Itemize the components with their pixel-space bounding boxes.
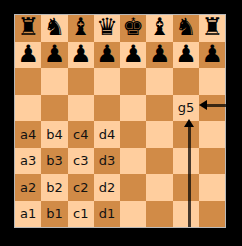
square-g2[interactable] <box>173 174 199 201</box>
square-a1[interactable]: a1 <box>15 201 41 228</box>
square-h3[interactable] <box>199 148 225 175</box>
square-a4[interactable]: a4 <box>15 121 41 148</box>
square-a7[interactable]: ♟ <box>15 42 41 69</box>
square-a2[interactable]: a2 <box>15 174 41 201</box>
square-c3[interactable]: c3 <box>68 148 94 175</box>
square-label-b1: b1 <box>46 206 63 221</box>
square-label-a1: a1 <box>20 206 36 221</box>
square-g5[interactable]: g5 <box>173 95 199 122</box>
square-label-d4: d4 <box>99 127 116 142</box>
square-b3[interactable]: b3 <box>41 148 67 175</box>
square-label-d3: d3 <box>99 153 116 168</box>
piece-black-pawn: ♟ <box>17 42 39 66</box>
square-e6[interactable] <box>120 68 146 95</box>
square-f4[interactable] <box>146 121 172 148</box>
square-d3[interactable]: d3 <box>94 148 120 175</box>
square-h1[interactable] <box>199 201 225 228</box>
square-label-a2: a2 <box>20 180 36 195</box>
square-b2[interactable]: b2 <box>41 174 67 201</box>
square-d2[interactable]: d2 <box>94 174 120 201</box>
square-label-b3: b3 <box>46 153 63 168</box>
square-c4[interactable]: c4 <box>68 121 94 148</box>
square-f1[interactable] <box>146 201 172 228</box>
square-c2[interactable]: c2 <box>68 174 94 201</box>
square-f2[interactable] <box>146 174 172 201</box>
square-h6[interactable] <box>199 68 225 95</box>
arrow-up-line <box>188 127 191 227</box>
square-label-c1: c1 <box>73 206 88 221</box>
square-e4[interactable] <box>120 121 146 148</box>
chess-board: ♜♞♝♛♚♝♞♜♟♟♟♟♟♟♟♟g5a4b4c4d4a3b3c3d3a2b2c2… <box>14 14 226 228</box>
square-f6[interactable] <box>146 68 172 95</box>
square-e2[interactable] <box>120 174 146 201</box>
arrow-up-head-icon <box>184 119 194 127</box>
square-b8[interactable]: ♞ <box>41 15 67 42</box>
square-d6[interactable] <box>94 68 120 95</box>
piece-black-pawn: ♟ <box>70 42 92 66</box>
square-b6[interactable] <box>41 68 67 95</box>
piece-black-bishop: ♝ <box>149 15 171 39</box>
square-label-g5: g5 <box>178 100 195 115</box>
square-label-d1: d1 <box>99 206 116 221</box>
square-label-d2: d2 <box>99 180 116 195</box>
square-h4[interactable] <box>199 121 225 148</box>
square-f5[interactable] <box>146 95 172 122</box>
piece-black-pawn: ♟ <box>201 42 223 66</box>
arrow-left-line <box>206 104 242 107</box>
piece-black-knight: ♞ <box>175 15 197 39</box>
square-label-b4: b4 <box>46 127 63 142</box>
piece-black-pawn: ♟ <box>123 42 145 66</box>
square-a6[interactable] <box>15 68 41 95</box>
square-g3[interactable] <box>173 148 199 175</box>
arrow-left-head-icon <box>199 100 207 110</box>
piece-black-rook: ♜ <box>17 15 39 39</box>
square-f3[interactable] <box>146 148 172 175</box>
square-e7[interactable]: ♟ <box>120 42 146 69</box>
square-f8[interactable]: ♝ <box>146 15 172 42</box>
square-b5[interactable] <box>41 95 67 122</box>
piece-black-pawn: ♟ <box>44 42 66 66</box>
square-c5[interactable] <box>68 95 94 122</box>
square-b1[interactable]: b1 <box>41 201 67 228</box>
square-d1[interactable]: d1 <box>94 201 120 228</box>
square-d5[interactable] <box>94 95 120 122</box>
square-c7[interactable]: ♟ <box>68 42 94 69</box>
square-e8[interactable]: ♚ <box>120 15 146 42</box>
piece-black-pawn: ♟ <box>149 42 171 66</box>
piece-black-rook: ♜ <box>201 15 223 39</box>
square-label-b2: b2 <box>46 180 63 195</box>
piece-black-bishop: ♝ <box>70 15 92 39</box>
square-c1[interactable]: c1 <box>68 201 94 228</box>
square-h7[interactable]: ♟ <box>199 42 225 69</box>
square-label-a4: a4 <box>20 127 36 142</box>
square-label-a3: a3 <box>20 153 36 168</box>
square-h8[interactable]: ♜ <box>199 15 225 42</box>
square-a8[interactable]: ♜ <box>15 15 41 42</box>
square-label-c4: c4 <box>73 127 88 142</box>
piece-black-king: ♚ <box>123 15 145 39</box>
square-c8[interactable]: ♝ <box>68 15 94 42</box>
square-g7[interactable]: ♟ <box>173 42 199 69</box>
square-d7[interactable]: ♟ <box>94 42 120 69</box>
square-c6[interactable] <box>68 68 94 95</box>
square-h2[interactable] <box>199 174 225 201</box>
piece-black-pawn: ♟ <box>175 42 197 66</box>
square-g6[interactable] <box>173 68 199 95</box>
piece-black-knight: ♞ <box>44 15 66 39</box>
square-g1[interactable] <box>173 201 199 228</box>
square-d4[interactable]: d4 <box>94 121 120 148</box>
square-d8[interactable]: ♛ <box>94 15 120 42</box>
square-b4[interactable]: b4 <box>41 121 67 148</box>
piece-black-queen: ♛ <box>96 15 118 39</box>
square-f7[interactable]: ♟ <box>146 42 172 69</box>
square-e3[interactable] <box>120 148 146 175</box>
square-b7[interactable]: ♟ <box>41 42 67 69</box>
square-label-c3: c3 <box>73 153 88 168</box>
square-a3[interactable]: a3 <box>15 148 41 175</box>
square-g8[interactable]: ♞ <box>173 15 199 42</box>
square-label-c2: c2 <box>73 180 88 195</box>
square-a5[interactable] <box>15 95 41 122</box>
square-e5[interactable] <box>120 95 146 122</box>
piece-black-pawn: ♟ <box>96 42 118 66</box>
square-e1[interactable] <box>120 201 146 228</box>
